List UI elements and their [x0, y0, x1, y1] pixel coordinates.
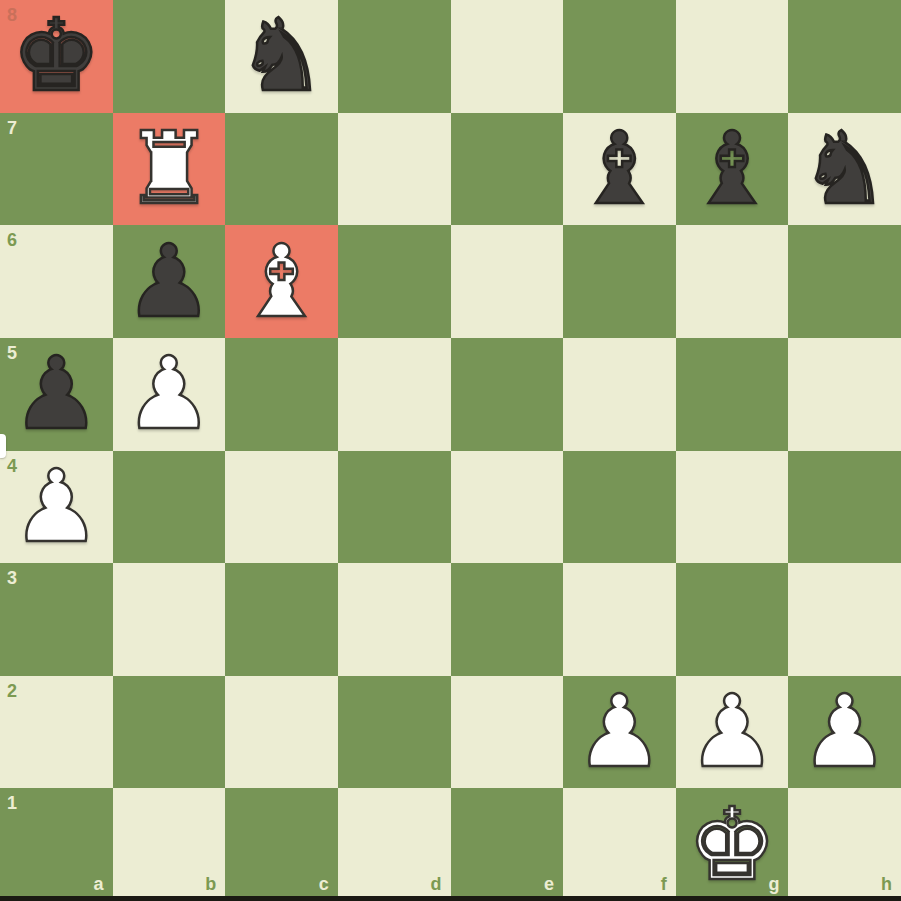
square-g6[interactable]	[676, 225, 789, 338]
square-f7[interactable]: ♝	[563, 113, 676, 226]
square-h7[interactable]: ♞	[788, 113, 901, 226]
square-g5[interactable]	[676, 338, 789, 451]
rank-label-2: 2	[7, 682, 17, 700]
square-e1[interactable]: e	[451, 788, 564, 901]
rank-label-6: 6	[7, 231, 17, 249]
square-h2[interactable]: ♟	[788, 676, 901, 789]
piece-white-bishop[interactable]: ♝	[225, 225, 338, 338]
square-b4[interactable]	[113, 451, 226, 564]
piece-white-pawn[interactable]: ♟	[788, 676, 901, 789]
square-c4[interactable]	[225, 451, 338, 564]
file-label-h: h	[881, 875, 892, 893]
square-f3[interactable]	[563, 563, 676, 676]
square-c6[interactable]: ♝	[225, 225, 338, 338]
square-f8[interactable]	[563, 0, 676, 113]
piece-black-king[interactable]: ♚	[0, 0, 113, 113]
square-d3[interactable]	[338, 563, 451, 676]
piece-black-bishop[interactable]: ♝	[676, 113, 789, 226]
file-label-e: e	[544, 875, 554, 893]
square-d7[interactable]	[338, 113, 451, 226]
square-e3[interactable]	[451, 563, 564, 676]
square-h5[interactable]	[788, 338, 901, 451]
square-b6[interactable]: ♟	[113, 225, 226, 338]
file-label-d: d	[431, 875, 442, 893]
square-g8[interactable]	[676, 0, 789, 113]
square-a4[interactable]: 4♟	[0, 451, 113, 564]
square-f6[interactable]	[563, 225, 676, 338]
square-c3[interactable]	[225, 563, 338, 676]
square-c7[interactable]	[225, 113, 338, 226]
square-d2[interactable]	[338, 676, 451, 789]
square-e5[interactable]	[451, 338, 564, 451]
square-d5[interactable]	[338, 338, 451, 451]
piece-black-knight[interactable]: ♞	[225, 0, 338, 113]
square-a3[interactable]: 3	[0, 563, 113, 676]
square-g7[interactable]: ♝	[676, 113, 789, 226]
square-c1[interactable]: c	[225, 788, 338, 901]
square-h8[interactable]	[788, 0, 901, 113]
rank-label-7: 7	[7, 119, 17, 137]
square-f2[interactable]: ♟	[563, 676, 676, 789]
square-g1[interactable]: g♚	[676, 788, 789, 901]
square-c8[interactable]: ♞	[225, 0, 338, 113]
file-label-b: b	[205, 875, 216, 893]
piece-black-bishop[interactable]: ♝	[563, 113, 676, 226]
square-a8[interactable]: 8♚	[0, 0, 113, 113]
piece-white-pawn[interactable]: ♟	[113, 338, 226, 451]
rank-label-3: 3	[7, 569, 17, 587]
square-f4[interactable]	[563, 451, 676, 564]
square-e7[interactable]	[451, 113, 564, 226]
square-f1[interactable]: f	[563, 788, 676, 901]
file-label-a: a	[94, 875, 104, 893]
piece-black-pawn[interactable]: ♟	[0, 338, 113, 451]
square-g3[interactable]	[676, 563, 789, 676]
square-b2[interactable]	[113, 676, 226, 789]
square-d4[interactable]	[338, 451, 451, 564]
square-f5[interactable]	[563, 338, 676, 451]
square-h1[interactable]: h	[788, 788, 901, 901]
square-e8[interactable]	[451, 0, 564, 113]
square-a6[interactable]: 6	[0, 225, 113, 338]
square-d6[interactable]	[338, 225, 451, 338]
square-g2[interactable]: ♟	[676, 676, 789, 789]
rank-label-1: 1	[7, 794, 17, 812]
square-d1[interactable]: d	[338, 788, 451, 901]
piece-black-knight[interactable]: ♞	[788, 113, 901, 226]
square-a5[interactable]: 5♟	[0, 338, 113, 451]
square-c5[interactable]	[225, 338, 338, 451]
piece-white-pawn[interactable]: ♟	[676, 676, 789, 789]
square-d8[interactable]	[338, 0, 451, 113]
piece-black-pawn[interactable]: ♟	[113, 225, 226, 338]
chess-board: 8♚♞7♜♝♝♞6♟♝5♟♟4♟32♟♟♟1abcdefg♚h	[0, 0, 901, 901]
piece-white-king[interactable]: ♚	[676, 788, 789, 901]
piece-white-pawn[interactable]: ♟	[563, 676, 676, 789]
square-b8[interactable]	[113, 0, 226, 113]
square-g4[interactable]	[676, 451, 789, 564]
square-e2[interactable]	[451, 676, 564, 789]
file-label-f: f	[661, 875, 667, 893]
square-h4[interactable]	[788, 451, 901, 564]
square-b5[interactable]: ♟	[113, 338, 226, 451]
square-h3[interactable]	[788, 563, 901, 676]
square-e6[interactable]	[451, 225, 564, 338]
bottom-bar	[0, 896, 901, 901]
square-b1[interactable]: b	[113, 788, 226, 901]
square-a1[interactable]: 1a	[0, 788, 113, 901]
square-b7[interactable]: ♜	[113, 113, 226, 226]
piece-white-rook[interactable]: ♜	[113, 113, 226, 226]
piece-white-pawn[interactable]: ♟	[0, 451, 113, 564]
square-h6[interactable]	[788, 225, 901, 338]
square-c2[interactable]	[225, 676, 338, 789]
file-label-c: c	[319, 875, 329, 893]
square-b3[interactable]	[113, 563, 226, 676]
square-e4[interactable]	[451, 451, 564, 564]
square-a7[interactable]: 7	[0, 113, 113, 226]
board-edge-handle[interactable]	[0, 434, 6, 458]
square-a2[interactable]: 2	[0, 676, 113, 789]
